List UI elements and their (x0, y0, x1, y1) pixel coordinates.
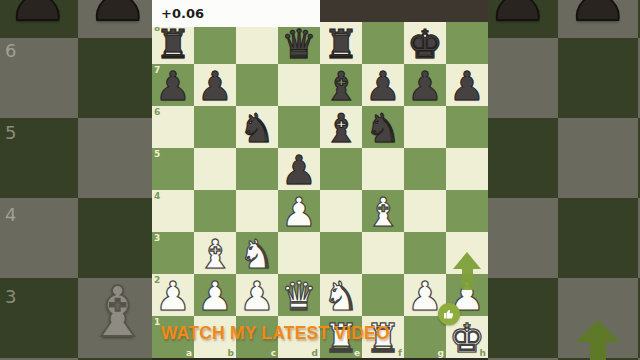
rank-label: 6 (154, 107, 160, 117)
video-frame: ♟ ♟ ♟ ♟ ♝ 6 5 4 3 +0.06 ♜8♛♜♚♟7♟♝♟♟♟6♞♝♞… (0, 0, 640, 360)
square-d4[interactable]: ♟ (278, 190, 320, 232)
square-b3[interactable]: ♝ (194, 232, 236, 274)
file-label: e (354, 348, 360, 358)
piece-white-knight: ♞ (236, 232, 278, 274)
piece-white-bishop: ♝ (362, 190, 404, 232)
square-c7[interactable] (236, 64, 278, 106)
square-b7[interactable]: ♟ (194, 64, 236, 106)
file-label: a (186, 348, 192, 358)
piece-black-pawn: ♟ (404, 64, 446, 106)
background-square (478, 278, 558, 358)
square-h5[interactable] (446, 148, 488, 190)
square-h7[interactable]: ♟ (446, 64, 488, 106)
piece-black-pawn: ♟ (362, 64, 404, 106)
square-e7[interactable]: ♝ (320, 64, 362, 106)
file-label: f (398, 348, 402, 358)
square-h8[interactable] (446, 22, 488, 64)
background-rank-label: 6 (5, 40, 16, 61)
square-g4[interactable] (404, 190, 446, 232)
file-label: d (312, 348, 318, 358)
square-f7[interactable]: ♟ (362, 64, 404, 106)
piece-black-knight: ♞ (236, 106, 278, 148)
rank-label: 3 (154, 233, 160, 243)
piece-white-knight: ♞ (320, 274, 362, 316)
piece-black-pawn: ♟ (194, 64, 236, 106)
piece-white-bishop: ♝ (194, 232, 236, 274)
square-e2[interactable]: ♞ (320, 274, 362, 316)
piece-black-king: ♚ (404, 22, 446, 64)
background-black-pawn-icon: ♟ (0, 0, 78, 36)
background-square (558, 198, 638, 278)
square-f2[interactable] (362, 274, 404, 316)
square-a3[interactable]: 3 (152, 232, 194, 274)
square-g8[interactable]: ♚ (404, 22, 446, 64)
square-e4[interactable] (320, 190, 362, 232)
square-c2[interactable]: ♟ (236, 274, 278, 316)
piece-black-knight: ♞ (362, 106, 404, 148)
rank-label: 2 (154, 275, 160, 285)
background-black-pawn-icon: ♟ (78, 0, 158, 36)
square-a5[interactable]: 5 (152, 148, 194, 190)
background-white-bishop-icon: ♝ (78, 272, 158, 352)
square-f4[interactable]: ♝ (362, 190, 404, 232)
background-square (478, 198, 558, 278)
square-e5[interactable] (320, 148, 362, 190)
square-f8[interactable] (362, 22, 404, 64)
engine-suggestion-arrow-icon (453, 252, 481, 290)
square-f5[interactable] (362, 148, 404, 190)
background-black-pawn-icon: ♟ (478, 0, 558, 36)
square-d3[interactable] (278, 232, 320, 274)
square-h4[interactable] (446, 190, 488, 232)
square-g1[interactable]: g (404, 316, 446, 358)
piece-white-pawn: ♟ (236, 274, 278, 316)
square-c3[interactable]: ♞ (236, 232, 278, 274)
square-d5[interactable]: ♟ (278, 148, 320, 190)
square-a4[interactable]: 4 (152, 190, 194, 232)
background-square (558, 38, 638, 118)
square-h6[interactable] (446, 106, 488, 148)
square-g5[interactable] (404, 148, 446, 190)
background-rank-label: 3 (5, 286, 16, 307)
file-label: b (228, 348, 234, 358)
square-a7[interactable]: ♟7 (152, 64, 194, 106)
square-a2[interactable]: ♟2 (152, 274, 194, 316)
square-e8[interactable]: ♜ (320, 22, 362, 64)
app-screenshot: +0.06 ♜8♛♜♚♟7♟♝♟♟♟6♞♝♞5♟4♟♝3♝♞♟2♟♟♛♞♟♟1a… (152, 0, 488, 360)
background-square (478, 118, 558, 198)
square-b8[interactable] (194, 22, 236, 64)
background-square (78, 118, 158, 198)
square-d2[interactable]: ♛ (278, 274, 320, 316)
square-g7[interactable]: ♟ (404, 64, 446, 106)
piece-black-rook: ♜ (320, 22, 362, 64)
background-black-pawn-icon: ♟ (558, 0, 638, 36)
piece-white-queen: ♛ (278, 274, 320, 316)
chess-board[interactable]: ♜8♛♜♚♟7♟♝♟♟♟6♞♝♞5♟4♟♝3♝♞♟2♟♟♛♞♟♟1abcd♜e♜… (152, 22, 488, 358)
square-c6[interactable]: ♞ (236, 106, 278, 148)
square-b4[interactable] (194, 190, 236, 232)
square-c5[interactable] (236, 148, 278, 190)
evaluation-value: +0.06 (152, 0, 320, 27)
piece-white-pawn: ♟ (278, 190, 320, 232)
file-label: h (480, 348, 486, 358)
rank-label: 7 (154, 65, 160, 75)
piece-black-bishop: ♝ (320, 106, 362, 148)
piece-black-queen: ♛ (278, 22, 320, 64)
square-d7[interactable] (278, 64, 320, 106)
video-caption-text: WATCH MY LATEST VIDEO (161, 323, 390, 344)
square-b6[interactable] (194, 106, 236, 148)
piece-black-pawn: ♟ (446, 64, 488, 106)
square-g6[interactable] (404, 106, 446, 148)
background-square (558, 118, 638, 198)
evaluation-bar-white-segment: +0.06 (152, 0, 320, 27)
piece-white-pawn: ♟ (194, 274, 236, 316)
square-c4[interactable] (236, 190, 278, 232)
square-f3[interactable] (362, 232, 404, 274)
square-d6[interactable] (278, 106, 320, 148)
thumbs-up-icon (438, 303, 460, 325)
background-rank-label: 4 (5, 204, 16, 225)
square-c8[interactable] (236, 22, 278, 64)
background-square (78, 38, 158, 118)
square-e3[interactable] (320, 232, 362, 274)
background-square (78, 198, 158, 278)
piece-black-pawn: ♟ (278, 148, 320, 190)
square-a8[interactable]: ♜8 (152, 22, 194, 64)
rank-label: 1 (154, 317, 160, 327)
piece-black-bishop: ♝ (320, 64, 362, 106)
square-f6[interactable]: ♞ (362, 106, 404, 148)
square-g3[interactable] (404, 232, 446, 274)
square-b5[interactable] (194, 148, 236, 190)
square-d8[interactable]: ♛ (278, 22, 320, 64)
rank-label: 5 (154, 149, 160, 159)
background-rank-label: 5 (5, 122, 16, 143)
background-up-arrow-icon (576, 320, 620, 360)
file-label: c (271, 348, 276, 358)
evaluation-bar-black-segment (320, 0, 488, 22)
square-b2[interactable]: ♟ (194, 274, 236, 316)
square-e6[interactable]: ♝ (320, 106, 362, 148)
rank-label: 4 (154, 191, 160, 201)
background-square (478, 38, 558, 118)
square-a6[interactable]: 6 (152, 106, 194, 148)
file-label: g (438, 348, 444, 358)
